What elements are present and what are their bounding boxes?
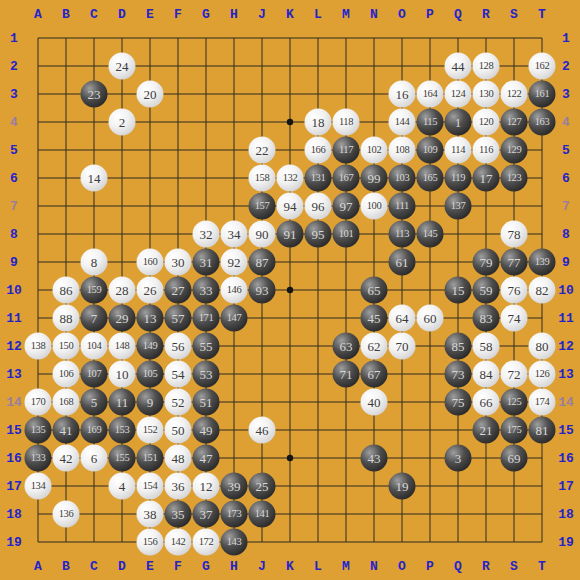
stone-black[interactable]: 167 [333, 165, 360, 192]
stone-move-number: 138 [31, 341, 46, 352]
stone-move-number: 27 [172, 284, 185, 297]
stone-black[interactable]: 77 [501, 249, 528, 276]
stone-move-number: 74 [508, 312, 521, 325]
stone-white[interactable]: 138 [25, 333, 52, 360]
stone-move-number: 88 [60, 312, 73, 325]
stone-white[interactable]: 114 [445, 137, 472, 164]
stone-move-number: 116 [479, 145, 493, 156]
stone-black[interactable]: 125 [501, 389, 528, 416]
stone-move-number: 10 [116, 368, 129, 381]
stone-black[interactable]: 163 [529, 109, 556, 136]
stone-move-number: 136 [59, 509, 74, 520]
star-point [287, 455, 293, 461]
stone-white[interactable]: 20 [137, 81, 164, 108]
coord-label-left-10: 10 [6, 283, 22, 298]
stone-black[interactable]: 87 [249, 249, 276, 276]
stone-black[interactable]: 55 [193, 333, 220, 360]
stone-move-number: 148 [115, 341, 130, 352]
stone-move-number: 139 [535, 257, 550, 268]
go-board[interactable]: ABCDEFGHJKLMNOPQRST ABCDEFGHJKLMNOPQRST … [0, 0, 580, 580]
stone-move-number: 124 [451, 89, 466, 100]
coord-label-right-3: 3 [562, 87, 570, 102]
coord-label-bottom-N: N [370, 559, 378, 574]
stone-move-number: 53 [200, 368, 213, 381]
stone-move-number: 175 [507, 425, 522, 436]
stone-black[interactable]: 69 [501, 445, 528, 472]
stone-move-number: 47 [200, 452, 213, 465]
stone-black[interactable]: 81 [529, 417, 556, 444]
stone-move-number: 157 [255, 201, 270, 212]
stone-white[interactable]: 106 [53, 361, 80, 388]
stone-black[interactable]: 155 [109, 445, 136, 472]
stone-move-number: 66 [480, 396, 493, 409]
stone-black[interactable]: 153 [109, 417, 136, 444]
stone-white[interactable]: 154 [137, 473, 164, 500]
stone-move-number: 71 [340, 368, 353, 381]
coord-label-right-2: 2 [562, 59, 570, 74]
stone-move-number: 163 [535, 117, 550, 128]
stone-move-number: 141 [255, 509, 270, 520]
coord-label-top-E: E [146, 7, 154, 22]
stone-black[interactable]: 137 [445, 193, 472, 220]
stone-black[interactable]: 39 [221, 473, 248, 500]
stone-black[interactable]: 75 [445, 389, 472, 416]
stone-white[interactable]: 60 [417, 305, 444, 332]
stone-white[interactable]: 56 [165, 333, 192, 360]
coord-label-right-14: 14 [558, 395, 574, 410]
stone-black[interactable]: 99 [361, 165, 388, 192]
stone-move-number: 52 [172, 396, 185, 409]
stone-black[interactable]: 135 [25, 417, 52, 444]
stone-black[interactable]: 133 [25, 445, 52, 472]
stone-black[interactable]: 13 [137, 305, 164, 332]
stone-white[interactable]: 156 [137, 529, 164, 556]
stone-white[interactable]: 148 [109, 333, 136, 360]
coord-label-bottom-Q: Q [454, 559, 462, 574]
stone-move-number: 168 [59, 397, 74, 408]
stone-white[interactable]: 54 [165, 361, 192, 388]
stone-move-number: 42 [60, 452, 73, 465]
stone-white[interactable]: 118 [333, 109, 360, 136]
stone-white[interactable]: 66 [473, 389, 500, 416]
stone-white[interactable]: 130 [473, 81, 500, 108]
stone-white[interactable]: 86 [53, 277, 80, 304]
stone-white[interactable]: 36 [165, 473, 192, 500]
stone-white[interactable]: 142 [165, 529, 192, 556]
coord-label-left-19: 19 [6, 535, 22, 550]
stone-white[interactable]: 168 [53, 389, 80, 416]
stone-black[interactable]: 25 [249, 473, 276, 500]
coord-label-bottom-D: D [118, 559, 126, 574]
stone-black[interactable]: 119 [445, 165, 472, 192]
stone-black[interactable]: 151 [137, 445, 164, 472]
coord-label-right-9: 9 [562, 255, 570, 270]
stone-black[interactable]: 85 [445, 333, 472, 360]
stone-white[interactable]: 58 [473, 333, 500, 360]
stone-white[interactable]: 104 [81, 333, 108, 360]
stone-white[interactable]: 46 [249, 417, 276, 444]
stone-white[interactable]: 32 [193, 221, 220, 248]
stone-black[interactable]: 115 [417, 109, 444, 136]
stone-black[interactable]: 141 [249, 501, 276, 528]
stone-black[interactable]: 17 [473, 165, 500, 192]
stone-white[interactable]: 10 [109, 361, 136, 388]
stone-black[interactable]: 45 [361, 305, 388, 332]
coord-label-right-17: 17 [558, 479, 574, 494]
stone-move-number: 91 [284, 228, 297, 241]
coord-label-left-15: 15 [6, 423, 22, 438]
stone-move-number: 67 [368, 368, 381, 381]
stone-white[interactable]: 126 [529, 361, 556, 388]
stone-black[interactable]: 161 [529, 81, 556, 108]
stone-black[interactable]: 15 [445, 277, 472, 304]
stone-white[interactable]: 152 [137, 417, 164, 444]
stone-move-number: 79 [480, 256, 493, 269]
stone-black[interactable]: 127 [501, 109, 528, 136]
stone-move-number: 57 [172, 312, 185, 325]
coord-label-right-12: 12 [558, 339, 574, 354]
coord-label-top-K: K [286, 7, 294, 22]
stone-white[interactable]: 146 [221, 277, 248, 304]
stone-black[interactable]: 145 [417, 221, 444, 248]
stone-black[interactable]: 149 [137, 333, 164, 360]
stone-move-number: 93 [256, 284, 269, 297]
stone-black[interactable]: 27 [165, 277, 192, 304]
stone-white[interactable]: 2 [109, 109, 136, 136]
stone-move-number: 137 [451, 201, 466, 212]
stone-black[interactable]: 33 [193, 277, 220, 304]
coord-label-left-17: 17 [6, 479, 22, 494]
stone-move-number: 3 [455, 452, 462, 465]
stone-move-number: 114 [451, 145, 465, 156]
stone-move-number: 133 [31, 453, 46, 464]
stone-black[interactable]: 169 [81, 417, 108, 444]
coord-label-left-6: 6 [10, 171, 18, 186]
coord-label-top-G: G [202, 7, 210, 22]
stone-black[interactable]: 9 [137, 389, 164, 416]
stone-move-number: 73 [452, 368, 465, 381]
stone-black[interactable]: 23 [81, 81, 108, 108]
stone-move-number: 106 [59, 369, 74, 380]
stone-black[interactable]: 171 [193, 305, 220, 332]
stone-white[interactable]: 172 [193, 529, 220, 556]
stone-black[interactable]: 117 [333, 137, 360, 164]
stone-move-number: 1 [455, 116, 462, 129]
stone-black[interactable]: 49 [193, 417, 220, 444]
stone-move-number: 34 [228, 228, 241, 241]
stone-black[interactable]: 157 [249, 193, 276, 220]
stone-white[interactable]: 88 [53, 305, 80, 332]
stone-black[interactable]: 47 [193, 445, 220, 472]
stone-move-number: 59 [480, 284, 493, 297]
stone-black[interactable]: 105 [137, 361, 164, 388]
stone-white[interactable]: 64 [389, 305, 416, 332]
stone-move-number: 62 [368, 340, 381, 353]
stone-move-number: 166 [311, 145, 326, 156]
coord-label-top-S: S [510, 7, 518, 22]
stone-move-number: 76 [508, 284, 521, 297]
stone-black[interactable]: 67 [361, 361, 388, 388]
coord-label-bottom-L: L [314, 559, 322, 574]
stone-white[interactable]: 124 [445, 81, 472, 108]
stone-white[interactable]: 122 [501, 81, 528, 108]
stone-move-number: 172 [199, 537, 214, 548]
stone-white[interactable]: 92 [221, 249, 248, 276]
coord-label-top-B: B [62, 7, 70, 22]
coord-label-bottom-E: E [146, 559, 154, 574]
stone-move-number: 26 [144, 284, 157, 297]
stone-move-number: 65 [368, 284, 381, 297]
coord-label-left-18: 18 [6, 507, 22, 522]
stone-white[interactable]: 144 [389, 109, 416, 136]
stone-white[interactable]: 82 [529, 277, 556, 304]
stone-black[interactable]: 41 [53, 417, 80, 444]
stone-move-number: 33 [200, 284, 213, 297]
stone-black[interactable]: 19 [389, 473, 416, 500]
stone-black[interactable]: 1 [445, 109, 472, 136]
stone-black[interactable]: 159 [81, 277, 108, 304]
stone-white[interactable]: 6 [81, 445, 108, 472]
stone-white[interactable]: 150 [53, 333, 80, 360]
stone-move-number: 165 [423, 173, 438, 184]
stone-white[interactable]: 128 [473, 53, 500, 80]
stone-white[interactable]: 160 [137, 249, 164, 276]
stone-white[interactable]: 96 [305, 193, 332, 220]
stone-move-number: 18 [312, 116, 325, 129]
stone-black[interactable]: 3 [445, 445, 472, 472]
coord-label-top-M: M [342, 7, 350, 22]
coord-label-left-3: 3 [10, 87, 18, 102]
stone-move-number: 20 [144, 88, 157, 101]
stone-black[interactable]: 11 [109, 389, 136, 416]
stone-black[interactable]: 29 [109, 305, 136, 332]
stone-move-number: 101 [339, 229, 354, 240]
stone-move-number: 160 [143, 257, 158, 268]
stone-white[interactable]: 30 [165, 249, 192, 276]
stone-black[interactable]: 53 [193, 361, 220, 388]
stone-black[interactable]: 123 [501, 165, 528, 192]
stone-move-number: 171 [199, 313, 214, 324]
stone-white[interactable]: 76 [501, 277, 528, 304]
coord-label-bottom-A: A [34, 559, 42, 574]
stone-black[interactable]: 111 [389, 193, 416, 220]
stone-black[interactable]: 131 [305, 165, 332, 192]
coord-label-left-14: 14 [6, 395, 22, 410]
stone-move-number: 87 [256, 256, 269, 269]
stone-black[interactable]: 59 [473, 277, 500, 304]
stone-white[interactable]: 42 [53, 445, 80, 472]
stone-move-number: 99 [368, 172, 381, 185]
coord-label-bottom-J: J [258, 559, 266, 574]
stone-white[interactable]: 48 [165, 445, 192, 472]
stone-white[interactable]: 78 [501, 221, 528, 248]
stone-white[interactable]: 102 [361, 137, 388, 164]
stone-white[interactable]: 14 [81, 165, 108, 192]
stone-white[interactable]: 164 [417, 81, 444, 108]
coord-label-top-Q: Q [454, 7, 462, 22]
stone-move-number: 85 [452, 340, 465, 353]
stone-move-number: 173 [227, 509, 242, 520]
stone-white[interactable]: 108 [389, 137, 416, 164]
stone-black[interactable]: 129 [501, 137, 528, 164]
stone-white[interactable]: 170 [25, 389, 52, 416]
stone-black[interactable]: 51 [193, 389, 220, 416]
stone-move-number: 158 [255, 173, 270, 184]
stone-white[interactable]: 34 [221, 221, 248, 248]
stone-white[interactable]: 94 [277, 193, 304, 220]
stone-black[interactable]: 5 [81, 389, 108, 416]
stone-white[interactable]: 136 [53, 501, 80, 528]
stone-black[interactable]: 109 [417, 137, 444, 164]
stone-white[interactable]: 22 [249, 137, 276, 164]
stone-move-number: 43 [368, 452, 381, 465]
coord-label-left-12: 12 [6, 339, 22, 354]
coord-label-top-J: J [258, 7, 266, 22]
stone-black[interactable]: 79 [473, 249, 500, 276]
stone-white[interactable]: 90 [249, 221, 276, 248]
stone-move-number: 15 [452, 284, 465, 297]
coord-label-right-13: 13 [558, 367, 574, 382]
stone-move-number: 61 [396, 256, 409, 269]
stone-white[interactable]: 50 [165, 417, 192, 444]
stone-move-number: 174 [535, 397, 550, 408]
stone-white[interactable]: 62 [361, 333, 388, 360]
stone-move-number: 118 [339, 117, 353, 128]
stone-move-number: 97 [340, 200, 353, 213]
coord-label-right-19: 19 [558, 535, 574, 550]
stone-white[interactable]: 4 [109, 473, 136, 500]
stone-move-number: 147 [227, 313, 242, 324]
stone-white[interactable]: 44 [445, 53, 472, 80]
stone-move-number: 164 [423, 89, 438, 100]
stone-white[interactable]: 120 [473, 109, 500, 136]
stone-black[interactable]: 175 [501, 417, 528, 444]
star-point [287, 119, 293, 125]
stone-move-number: 55 [200, 340, 213, 353]
stone-move-number: 152 [143, 425, 158, 436]
stone-black[interactable]: 31 [193, 249, 220, 276]
stone-white[interactable]: 116 [473, 137, 500, 164]
coord-label-right-11: 11 [558, 311, 574, 326]
stone-white[interactable]: 24 [109, 53, 136, 80]
stone-black[interactable]: 71 [333, 361, 360, 388]
stone-black[interactable]: 113 [389, 221, 416, 248]
stone-white[interactable]: 158 [249, 165, 276, 192]
stone-move-number: 37 [200, 508, 213, 521]
stone-move-number: 149 [143, 341, 158, 352]
coord-label-top-C: C [90, 7, 98, 22]
stone-move-number: 40 [368, 396, 381, 409]
stone-black[interactable]: 143 [221, 529, 248, 556]
stone-move-number: 50 [172, 424, 185, 437]
coord-label-bottom-S: S [510, 559, 518, 574]
stone-black[interactable]: 101 [333, 221, 360, 248]
stone-black[interactable]: 61 [389, 249, 416, 276]
stone-move-number: 143 [227, 537, 242, 548]
stone-white[interactable]: 12 [193, 473, 220, 500]
stone-white[interactable]: 26 [137, 277, 164, 304]
coord-label-bottom-O: O [398, 559, 406, 574]
stone-black[interactable]: 103 [389, 165, 416, 192]
stone-move-number: 13 [144, 312, 157, 325]
stone-white[interactable]: 38 [137, 501, 164, 528]
stone-black[interactable]: 147 [221, 305, 248, 332]
stone-move-number: 49 [200, 424, 213, 437]
stone-move-number: 60 [424, 312, 437, 325]
stone-black[interactable]: 165 [417, 165, 444, 192]
stone-white[interactable]: 52 [165, 389, 192, 416]
stone-white[interactable]: 134 [25, 473, 52, 500]
coord-label-left-1: 1 [10, 31, 18, 46]
coord-label-right-4: 4 [562, 115, 570, 130]
stone-black[interactable]: 97 [333, 193, 360, 220]
stone-move-number: 150 [59, 341, 74, 352]
stone-black[interactable]: 93 [249, 277, 276, 304]
stone-black[interactable]: 95 [305, 221, 332, 248]
coord-label-right-8: 8 [562, 227, 570, 242]
coord-label-left-4: 4 [10, 115, 18, 130]
stone-black[interactable]: 43 [361, 445, 388, 472]
stone-move-number: 77 [508, 256, 521, 269]
stone-move-number: 17 [480, 172, 493, 185]
coord-label-bottom-T: T [538, 559, 546, 574]
stone-black[interactable]: 139 [529, 249, 556, 276]
stone-black[interactable]: 107 [81, 361, 108, 388]
stone-black[interactable]: 83 [473, 305, 500, 332]
stone-move-number: 78 [508, 228, 521, 241]
stone-white[interactable]: 74 [501, 305, 528, 332]
stone-move-number: 95 [312, 228, 325, 241]
stone-black[interactable]: 57 [165, 305, 192, 332]
stone-black[interactable]: 91 [277, 221, 304, 248]
stone-move-number: 105 [143, 369, 158, 380]
stone-white[interactable]: 18 [305, 109, 332, 136]
coord-label-bottom-K: K [286, 559, 294, 574]
coord-label-bottom-R: R [482, 559, 490, 574]
stone-move-number: 35 [172, 508, 185, 521]
stone-black[interactable]: 73 [445, 361, 472, 388]
stone-white[interactable]: 132 [277, 165, 304, 192]
stone-black[interactable]: 21 [473, 417, 500, 444]
stone-white[interactable]: 80 [529, 333, 556, 360]
stone-white[interactable]: 162 [529, 53, 556, 80]
stone-white[interactable]: 174 [529, 389, 556, 416]
stone-white[interactable]: 28 [109, 277, 136, 304]
coord-label-right-10: 10 [558, 283, 574, 298]
stone-black[interactable]: 65 [361, 277, 388, 304]
stone-white[interactable]: 40 [361, 389, 388, 416]
stone-white[interactable]: 8 [81, 249, 108, 276]
stone-white[interactable]: 16 [389, 81, 416, 108]
stone-move-number: 156 [143, 537, 158, 548]
stone-black[interactable]: 35 [165, 501, 192, 528]
stone-white[interactable]: 70 [389, 333, 416, 360]
stone-black[interactable]: 7 [81, 305, 108, 332]
stone-white[interactable]: 100 [361, 193, 388, 220]
stone-black[interactable]: 63 [333, 333, 360, 360]
stone-move-number: 7 [91, 312, 98, 325]
stone-move-number: 19 [396, 480, 409, 493]
stone-move-number: 109 [423, 145, 438, 156]
stone-white[interactable]: 166 [305, 137, 332, 164]
stone-move-number: 32 [200, 228, 213, 241]
stone-white[interactable]: 84 [473, 361, 500, 388]
stone-white[interactable]: 72 [501, 361, 528, 388]
stone-black[interactable]: 37 [193, 501, 220, 528]
stone-move-number: 129 [507, 145, 522, 156]
stone-black[interactable]: 173 [221, 501, 248, 528]
stone-move-number: 70 [396, 340, 409, 353]
